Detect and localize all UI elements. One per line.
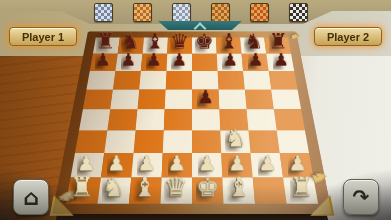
redo-arrow-icon: ↷ xyxy=(353,185,370,209)
black-pawn[interactable]: ♟ xyxy=(273,51,289,69)
square-d1[interactable]: ♛ xyxy=(160,177,192,203)
white-queen[interactable]: ♛ xyxy=(164,174,188,200)
black-bishop[interactable]: ♝ xyxy=(146,31,165,52)
black-knight[interactable]: ♞ xyxy=(121,31,140,52)
black-rook[interactable]: ♜ xyxy=(96,31,115,52)
square-g7[interactable]: ♟ xyxy=(242,54,269,71)
square-h5[interactable] xyxy=(271,90,301,110)
lying-knight-decoration-near-left-frame: ♞ xyxy=(55,187,78,205)
square-b1[interactable]: ♞ xyxy=(97,177,131,203)
white-pawn[interactable]: ♟ xyxy=(258,154,277,175)
square-d4[interactable] xyxy=(164,109,192,130)
board-theme-thumbnail-red-checker[interactable] xyxy=(250,3,269,22)
black-knight[interactable]: ♞ xyxy=(244,31,263,52)
player2-badge: Player 2 xyxy=(314,27,382,46)
square-e1[interactable]: ♚ xyxy=(192,177,224,203)
square-g1[interactable] xyxy=(253,177,287,203)
square-c7[interactable]: ♟ xyxy=(141,54,167,71)
square-b3[interactable] xyxy=(104,130,135,153)
square-g5[interactable] xyxy=(245,90,274,110)
lying-knight-decoration-far-right-frame: ♞ xyxy=(288,33,302,41)
board-scene: ♜♞♝♛♚♝♞♜♟♟♟♟♟♟♟♟♞♟♟♟♟♟♟♟♟♜♞♝♛♚♝♜ ♞♞♞ xyxy=(52,28,332,220)
board-front-edge xyxy=(52,214,332,220)
square-b7[interactable]: ♟ xyxy=(115,54,142,71)
square-g3[interactable] xyxy=(248,130,279,153)
white-knight[interactable]: ♞ xyxy=(102,174,126,200)
square-f7[interactable]: ♟ xyxy=(217,54,243,71)
square-f3[interactable]: ♞ xyxy=(220,130,250,153)
board-theme-thumbnail-blue-checker[interactable] xyxy=(94,3,113,22)
player2-label: Player 2 xyxy=(327,31,369,43)
square-g4[interactable] xyxy=(247,109,277,130)
square-g2[interactable]: ♟ xyxy=(251,153,284,177)
black-pawn[interactable]: ♟ xyxy=(171,51,187,69)
square-c3[interactable] xyxy=(133,130,163,153)
white-knight[interactable]: ♞ xyxy=(225,126,247,151)
square-a4[interactable] xyxy=(79,109,110,130)
white-bishop[interactable]: ♝ xyxy=(227,174,251,200)
square-c6[interactable] xyxy=(139,71,166,89)
player1-label: Player 1 xyxy=(22,31,64,43)
square-d3[interactable] xyxy=(163,130,192,153)
square-b4[interactable] xyxy=(107,109,137,130)
theme-thumbnails xyxy=(94,3,308,22)
black-pawn[interactable]: ♟ xyxy=(248,51,264,69)
black-bishop[interactable]: ♝ xyxy=(220,31,239,52)
square-d5[interactable] xyxy=(165,90,192,110)
black-pawn[interactable]: ♟ xyxy=(222,51,238,69)
lying-knight-decoration-near-right-frame: ♞ xyxy=(308,169,332,186)
redo-button[interactable]: ↷ xyxy=(343,179,379,215)
square-b5[interactable] xyxy=(110,90,139,110)
square-e7[interactable] xyxy=(192,54,218,71)
board-theme-thumbnail-brown-checker[interactable] xyxy=(211,3,230,22)
chess-board: ♜♞♝♛♚♝♞♜♟♟♟♟♟♟♟♟♞♟♟♟♟♟♟♟♟♜♞♝♛♚♝♜ ♞♞♞ xyxy=(52,32,332,214)
square-h3[interactable] xyxy=(277,130,309,153)
square-h6[interactable] xyxy=(269,71,298,89)
board-theme-thumbnail-steel-checker[interactable] xyxy=(172,3,191,22)
home-button[interactable]: ⌂ xyxy=(13,179,49,215)
square-d7[interactable]: ♟ xyxy=(166,54,192,71)
player1-badge: Player 1 xyxy=(9,27,77,46)
square-c1[interactable]: ♝ xyxy=(129,177,162,203)
black-pawn[interactable]: ♟ xyxy=(146,51,162,69)
square-f1[interactable]: ♝ xyxy=(222,177,255,203)
square-c4[interactable] xyxy=(136,109,165,130)
square-c5[interactable] xyxy=(137,90,165,110)
square-h4[interactable] xyxy=(274,109,305,130)
square-d6[interactable] xyxy=(166,71,192,89)
black-pawn[interactable]: ♟ xyxy=(95,51,111,69)
board-theme-thumbnail-classic-checker[interactable] xyxy=(289,3,308,22)
square-h7[interactable]: ♟ xyxy=(266,54,294,71)
game-screen: ♜♞♝♛♚♝♞♜♟♟♟♟♟♟♟♟♞♟♟♟♟♟♟♟♟♜♞♝♛♚♝♜ ♞♞♞ Pla… xyxy=(0,0,391,220)
square-f5[interactable] xyxy=(218,90,246,110)
black-pawn[interactable]: ♟ xyxy=(197,88,214,107)
white-bishop[interactable]: ♝ xyxy=(133,174,157,200)
square-e5[interactable]: ♟ xyxy=(192,90,219,110)
square-a7[interactable]: ♟ xyxy=(90,54,118,71)
home-icon: ⌂ xyxy=(23,185,39,210)
square-f6[interactable] xyxy=(218,71,245,89)
square-e4[interactable] xyxy=(192,109,220,130)
black-king[interactable]: ♚ xyxy=(195,31,214,52)
black-queen[interactable]: ♛ xyxy=(170,31,189,52)
square-e3[interactable] xyxy=(192,130,221,153)
black-rook[interactable]: ♜ xyxy=(269,31,288,52)
black-pawn[interactable]: ♟ xyxy=(121,51,137,69)
square-a6[interactable] xyxy=(86,71,115,89)
square-a5[interactable] xyxy=(83,90,113,110)
board-theme-thumbnail-orange-checker[interactable] xyxy=(133,3,152,22)
square-a3[interactable] xyxy=(75,130,107,153)
square-e8[interactable]: ♚ xyxy=(192,37,217,53)
chess-board-grid: ♜♞♝♛♚♝♞♜♟♟♟♟♟♟♟♟♞♟♟♟♟♟♟♟♟♜♞♝♛♚♝♜ xyxy=(66,37,318,203)
square-g6[interactable] xyxy=(243,71,271,89)
square-b6[interactable] xyxy=(113,71,141,89)
white-king[interactable]: ♚ xyxy=(196,174,220,200)
theme-bar-pull-tab[interactable] xyxy=(158,21,242,30)
